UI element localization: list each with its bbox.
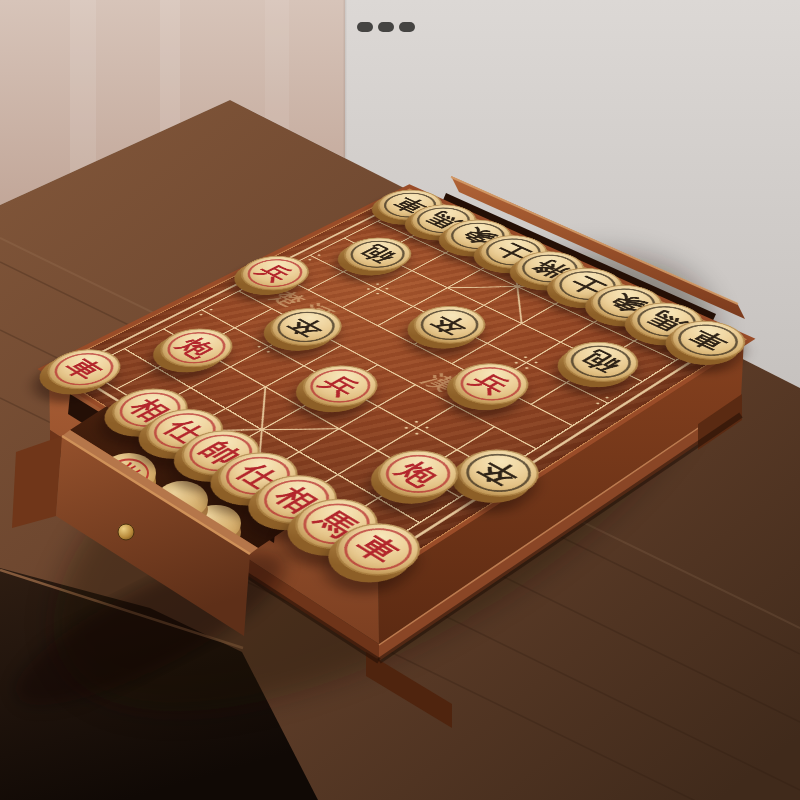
piece-black-砲[interactable]: 砲 [549,334,654,391]
piece-red-兵[interactable]: 兵 [438,355,544,413]
dot [399,22,415,32]
piece-glyph: 卒 [399,299,500,352]
stage: 兵 楚河 [0,0,800,800]
piece-glyph: 砲 [330,231,425,278]
piece-red-炮[interactable]: 炮 [362,441,474,507]
piece-black-卒[interactable]: 卒 [399,299,500,352]
dot [378,22,394,32]
piece-glyph: 兵 [288,357,393,415]
dot [357,22,373,32]
piece-red-兵[interactable]: 兵 [288,357,393,415]
piece-black-卒[interactable]: 卒 [256,301,356,354]
ellipsis-dots [357,22,415,32]
piece-red-炮[interactable]: 炮 [146,321,247,376]
piece-glyph: 砲 [549,334,654,391]
piece-glyph: 炮 [362,441,474,507]
piece-glyph: 炮 [146,321,247,376]
drawer-knob[interactable] [118,524,134,540]
piece-black-砲[interactable]: 砲 [330,231,425,278]
piece-glyph: 兵 [438,355,544,413]
piece-glyph: 卒 [256,301,356,354]
